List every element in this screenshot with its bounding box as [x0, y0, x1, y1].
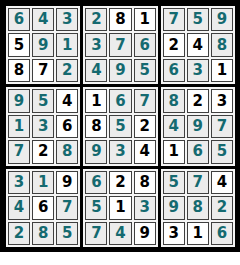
cell-r7c8[interactable]: 7 [187, 171, 209, 194]
cell-r6c5[interactable]: 3 [109, 140, 131, 163]
cell-r3c6[interactable]: 5 [134, 59, 156, 82]
cell-r1c1[interactable]: 6 [8, 8, 30, 31]
cell-r7c4[interactable]: 6 [85, 171, 107, 194]
cell-r3c4[interactable]: 4 [85, 59, 107, 82]
cell-r7c5: 2 [109, 171, 131, 194]
cell-r3c7[interactable]: 6 [163, 59, 185, 82]
cell-r4c4: 1 [85, 89, 107, 112]
cell-r1c9[interactable]: 9 [211, 8, 233, 31]
cell-r6c8[interactable]: 6 [187, 140, 209, 163]
cell-r5c7[interactable]: 4 [163, 115, 185, 138]
cell-r6c6: 4 [134, 140, 156, 163]
cell-r2c4[interactable]: 3 [85, 33, 107, 56]
cell-r9c8: 1 [187, 222, 209, 245]
cell-r5c4: 8 [85, 115, 107, 138]
cell-r5c6: 2 [134, 115, 156, 138]
cell-r7c6: 8 [134, 171, 156, 194]
cell-r8c7[interactable]: 9 [163, 196, 185, 219]
cell-r4c3: 4 [56, 89, 78, 112]
cell-r2c3[interactable]: 1 [56, 33, 78, 56]
box-r2c1: 954136728 [6, 87, 80, 165]
cell-r9c5[interactable]: 4 [109, 222, 131, 245]
cell-r5c2[interactable]: 3 [32, 115, 54, 138]
cell-r3c3[interactable]: 2 [56, 59, 78, 82]
cell-r4c9: 3 [211, 89, 233, 112]
box-r3c3: 574982316 [161, 169, 235, 247]
cell-r9c9[interactable]: 6 [211, 222, 233, 245]
cell-r2c7: 2 [163, 33, 185, 56]
cell-r6c2: 2 [32, 140, 54, 163]
cell-r8c5: 1 [109, 196, 131, 219]
cell-r9c4[interactable]: 7 [85, 222, 107, 245]
cell-r2c9[interactable]: 8 [211, 33, 233, 56]
cell-r4c1[interactable]: 9 [8, 89, 30, 112]
cell-r3c5[interactable]: 9 [109, 59, 131, 82]
cell-r5c1[interactable]: 1 [8, 115, 30, 138]
box-r3c2: 628513749 [83, 169, 157, 247]
cell-r7c1[interactable]: 3 [8, 171, 30, 194]
cell-r6c1[interactable]: 7 [8, 140, 30, 163]
box-r1c1: 643591872 [6, 6, 80, 84]
sudoku-board: 6435918722813764957592486319541367281678… [0, 0, 240, 252]
cell-r1c3[interactable]: 3 [56, 8, 78, 31]
cell-r7c9: 4 [211, 171, 233, 194]
cell-r8c2: 6 [32, 196, 54, 219]
cell-r5c5[interactable]: 5 [109, 115, 131, 138]
cell-r9c3[interactable]: 5 [56, 222, 78, 245]
box-r2c2: 167852934 [83, 87, 157, 165]
cell-r8c3[interactable]: 7 [56, 196, 78, 219]
cell-r9c2[interactable]: 8 [32, 222, 54, 245]
box-r3c1: 319467285 [6, 169, 80, 247]
cell-r2c5[interactable]: 7 [109, 33, 131, 56]
cell-r4c6[interactable]: 7 [134, 89, 156, 112]
cell-r9c6: 9 [134, 222, 156, 245]
cell-r5c8[interactable]: 9 [187, 115, 209, 138]
cell-r5c9[interactable]: 7 [211, 115, 233, 138]
cell-r3c1: 8 [8, 59, 30, 82]
cell-r2c6[interactable]: 6 [134, 33, 156, 56]
cell-r4c5[interactable]: 6 [109, 89, 131, 112]
cell-r4c8: 2 [187, 89, 209, 112]
cell-r5c3: 6 [56, 115, 78, 138]
cell-r6c4[interactable]: 9 [85, 140, 107, 163]
cell-r8c6[interactable]: 3 [134, 196, 156, 219]
cell-r6c7: 1 [163, 140, 185, 163]
cell-r8c8[interactable]: 8 [187, 196, 209, 219]
cell-r3c8[interactable]: 3 [187, 59, 209, 82]
cell-r9c7: 3 [163, 222, 185, 245]
cell-r1c5: 8 [109, 8, 131, 31]
cell-r8c9[interactable]: 2 [211, 196, 233, 219]
cell-r7c7[interactable]: 5 [163, 171, 185, 194]
cell-r2c1: 5 [8, 33, 30, 56]
cell-r3c2: 7 [32, 59, 54, 82]
cell-r1c7[interactable]: 7 [163, 8, 185, 31]
cell-r4c2[interactable]: 5 [32, 89, 54, 112]
cell-r9c1[interactable]: 2 [8, 222, 30, 245]
cell-r1c8[interactable]: 5 [187, 8, 209, 31]
cell-r7c3: 9 [56, 171, 78, 194]
cell-r2c8: 4 [187, 33, 209, 56]
cell-r8c1[interactable]: 4 [8, 196, 30, 219]
cell-r7c2[interactable]: 1 [32, 171, 54, 194]
box-r1c2: 281376495 [83, 6, 157, 84]
box-r1c3: 759248631 [161, 6, 235, 84]
cell-r1c2[interactable]: 4 [32, 8, 54, 31]
cell-r2c2[interactable]: 9 [32, 33, 54, 56]
box-r2c3: 823497165 [161, 87, 235, 165]
cell-r4c7[interactable]: 8 [163, 89, 185, 112]
cell-r8c4[interactable]: 5 [85, 196, 107, 219]
cell-r6c3[interactable]: 8 [56, 140, 78, 163]
cell-r1c4[interactable]: 2 [85, 8, 107, 31]
cell-r3c9: 1 [211, 59, 233, 82]
cell-r1c6: 1 [134, 8, 156, 31]
cell-r6c9[interactable]: 5 [211, 140, 233, 163]
